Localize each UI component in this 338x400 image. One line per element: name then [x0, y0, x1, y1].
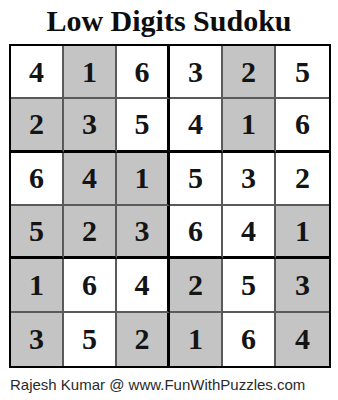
cell-r6c6[interactable]: 4: [276, 313, 329, 366]
cell-r4c3[interactable]: 3: [117, 206, 170, 259]
cell-r5c4[interactable]: 2: [170, 259, 223, 312]
cell-r3c3[interactable]: 1: [117, 153, 170, 206]
cell-r2c5[interactable]: 1: [223, 99, 276, 152]
cell-r1c5[interactable]: 2: [223, 46, 276, 99]
cell-r3c6[interactable]: 2: [276, 153, 329, 206]
cell-r6c2[interactable]: 5: [64, 313, 117, 366]
cell-r5c3[interactable]: 4: [117, 259, 170, 312]
cell-r5c5[interactable]: 5: [223, 259, 276, 312]
cell-r5c2[interactable]: 6: [64, 259, 117, 312]
cell-r1c6[interactable]: 5: [276, 46, 329, 99]
cell-r4c2[interactable]: 2: [64, 206, 117, 259]
sudoku-board: 416325235416641532523641164253352164: [9, 44, 331, 368]
cell-r6c1[interactable]: 3: [11, 313, 64, 366]
cell-r6c4[interactable]: 1: [170, 313, 223, 366]
page-title: Low Digits Sudoku: [0, 0, 338, 42]
cell-r3c5[interactable]: 3: [223, 153, 276, 206]
cell-r2c3[interactable]: 5: [117, 99, 170, 152]
page: { "game": "sudoku-6x6", "variant": "Low …: [0, 0, 338, 400]
credit-text: Rajesh Kumar @ www.FunWithPuzzles.com: [10, 376, 305, 393]
cell-r2c6[interactable]: 6: [276, 99, 329, 152]
cell-r5c6[interactable]: 3: [276, 259, 329, 312]
cell-r5c1[interactable]: 1: [11, 259, 64, 312]
cell-r3c1[interactable]: 6: [11, 153, 64, 206]
cell-r4c5[interactable]: 4: [223, 206, 276, 259]
cell-r4c1[interactable]: 5: [11, 206, 64, 259]
cell-r6c5[interactable]: 6: [223, 313, 276, 366]
cell-r3c2[interactable]: 4: [64, 153, 117, 206]
cell-r1c4[interactable]: 3: [170, 46, 223, 99]
cell-r2c2[interactable]: 3: [64, 99, 117, 152]
cell-r2c1[interactable]: 2: [11, 99, 64, 152]
cell-r2c4[interactable]: 4: [170, 99, 223, 152]
cell-r1c3[interactable]: 6: [117, 46, 170, 99]
cell-r1c1[interactable]: 4: [11, 46, 64, 99]
cell-r3c4[interactable]: 5: [170, 153, 223, 206]
cell-r4c4[interactable]: 6: [170, 206, 223, 259]
cell-r4c6[interactable]: 1: [276, 206, 329, 259]
cell-r6c3[interactable]: 2: [117, 313, 170, 366]
cell-r1c2[interactable]: 1: [64, 46, 117, 99]
